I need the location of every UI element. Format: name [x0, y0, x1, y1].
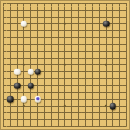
- board-cell[interactable]: [75, 75, 82, 82]
- board-cell[interactable]: [34, 34, 41, 41]
- board-cell[interactable]: [96, 123, 103, 130]
- board-cell[interactable]: [21, 82, 28, 89]
- board-cell[interactable]: [62, 123, 69, 130]
- board-cell[interactable]: [7, 116, 14, 123]
- board-cell[interactable]: [62, 82, 69, 89]
- board-cell[interactable]: [75, 34, 82, 41]
- board-cell[interactable]: [41, 89, 48, 96]
- board-cell[interactable]: [68, 116, 75, 123]
- board-cell[interactable]: [123, 103, 130, 110]
- board-cell[interactable]: [89, 103, 96, 110]
- board-cell[interactable]: [48, 62, 55, 69]
- board-cell[interactable]: [55, 27, 62, 34]
- board-cell[interactable]: [68, 62, 75, 69]
- board-cell[interactable]: [21, 41, 28, 48]
- board-cell[interactable]: [48, 75, 55, 82]
- board-cell[interactable]: [82, 82, 89, 89]
- board-cell[interactable]: [27, 55, 34, 62]
- board-cell[interactable]: [62, 96, 69, 103]
- board-cell[interactable]: [75, 116, 82, 123]
- board-cell[interactable]: [27, 109, 34, 116]
- board-cell[interactable]: [0, 89, 7, 96]
- board-cell[interactable]: [48, 41, 55, 48]
- board-cell[interactable]: [34, 21, 41, 28]
- board-cell[interactable]: [27, 48, 34, 55]
- board-cell[interactable]: [96, 82, 103, 89]
- board-cell[interactable]: [96, 48, 103, 55]
- board-cell[interactable]: [109, 27, 116, 34]
- board-cell[interactable]: [123, 48, 130, 55]
- board-cell[interactable]: [0, 27, 7, 34]
- board-cell[interactable]: [89, 14, 96, 21]
- board-cell[interactable]: [27, 14, 34, 21]
- board-cell[interactable]: [55, 109, 62, 116]
- board-cell[interactable]: [109, 41, 116, 48]
- board-cell[interactable]: [48, 109, 55, 116]
- board-cell[interactable]: [14, 7, 21, 14]
- board-cell[interactable]: [27, 62, 34, 69]
- board-cell[interactable]: [27, 34, 34, 41]
- board-cell[interactable]: [21, 48, 28, 55]
- board-cell[interactable]: [109, 123, 116, 130]
- board-cell[interactable]: [123, 14, 130, 21]
- board-cell[interactable]: [0, 109, 7, 116]
- board-cell[interactable]: [34, 116, 41, 123]
- board-cell[interactable]: [116, 103, 123, 110]
- board-cell[interactable]: [89, 41, 96, 48]
- board-cell[interactable]: [62, 109, 69, 116]
- board-cell[interactable]: [21, 27, 28, 34]
- board-cell[interactable]: [14, 48, 21, 55]
- board-cell[interactable]: [123, 21, 130, 28]
- board-cell[interactable]: [27, 41, 34, 48]
- board-cell[interactable]: [27, 75, 34, 82]
- board-cell[interactable]: [96, 7, 103, 14]
- board-cell[interactable]: [55, 75, 62, 82]
- board-cell[interactable]: [14, 55, 21, 62]
- board-cell[interactable]: [41, 27, 48, 34]
- board-cell[interactable]: [96, 34, 103, 41]
- board-cell[interactable]: [55, 123, 62, 130]
- board-cell[interactable]: [116, 75, 123, 82]
- board-cell[interactable]: [27, 116, 34, 123]
- board-cell[interactable]: [21, 21, 28, 28]
- board-cell[interactable]: [103, 27, 110, 34]
- board-cell[interactable]: [48, 96, 55, 103]
- board-cell[interactable]: [103, 14, 110, 21]
- board-cell[interactable]: [7, 14, 14, 21]
- board-cell[interactable]: [34, 14, 41, 21]
- board-cell[interactable]: [109, 34, 116, 41]
- board-cell[interactable]: [68, 48, 75, 55]
- board-cell[interactable]: [21, 55, 28, 62]
- board-cell[interactable]: [75, 89, 82, 96]
- board-cell[interactable]: [96, 96, 103, 103]
- board-cell[interactable]: [96, 14, 103, 21]
- board-cell[interactable]: [34, 0, 41, 7]
- board-cell[interactable]: [62, 116, 69, 123]
- board-cell[interactable]: [116, 89, 123, 96]
- board-cell[interactable]: [34, 89, 41, 96]
- board-cell[interactable]: [89, 0, 96, 7]
- board-cell[interactable]: [123, 68, 130, 75]
- board-cell[interactable]: [109, 55, 116, 62]
- board-cell[interactable]: [62, 41, 69, 48]
- board-cell[interactable]: [68, 34, 75, 41]
- board-cell[interactable]: [41, 75, 48, 82]
- board-cell[interactable]: [116, 96, 123, 103]
- board-cell[interactable]: [41, 41, 48, 48]
- board-cell[interactable]: [103, 116, 110, 123]
- board-cell[interactable]: [62, 89, 69, 96]
- board-cell[interactable]: [82, 123, 89, 130]
- board-cell[interactable]: [68, 103, 75, 110]
- board-cell[interactable]: [68, 89, 75, 96]
- board-cell[interactable]: [0, 62, 7, 69]
- board-cell[interactable]: [75, 55, 82, 62]
- board-cell[interactable]: [103, 48, 110, 55]
- board-cell[interactable]: [21, 109, 28, 116]
- board-cell[interactable]: [89, 55, 96, 62]
- board-cell[interactable]: [82, 41, 89, 48]
- board-cell[interactable]: [55, 103, 62, 110]
- board-cell[interactable]: [89, 109, 96, 116]
- go-board[interactable]: [0, 0, 130, 130]
- board-cell[interactable]: [103, 123, 110, 130]
- board-cell[interactable]: [123, 55, 130, 62]
- board-cell[interactable]: [41, 14, 48, 21]
- board-cell[interactable]: [48, 48, 55, 55]
- board-cell[interactable]: [48, 34, 55, 41]
- board-cell[interactable]: [89, 27, 96, 34]
- board-cell[interactable]: [68, 82, 75, 89]
- board-cell[interactable]: [96, 55, 103, 62]
- board-cell[interactable]: [55, 68, 62, 75]
- board-cell[interactable]: [103, 21, 110, 28]
- board-cell[interactable]: [0, 41, 7, 48]
- board-cell[interactable]: [82, 103, 89, 110]
- board-cell[interactable]: [14, 14, 21, 21]
- board-cell[interactable]: [75, 82, 82, 89]
- board-cell[interactable]: [116, 55, 123, 62]
- board-cell[interactable]: [123, 41, 130, 48]
- board-cell[interactable]: [75, 41, 82, 48]
- board-cell[interactable]: [48, 89, 55, 96]
- board-cell[interactable]: [68, 96, 75, 103]
- board-cell[interactable]: [89, 123, 96, 130]
- board-cell[interactable]: [123, 75, 130, 82]
- board-cell[interactable]: [0, 55, 7, 62]
- board-cell[interactable]: [89, 75, 96, 82]
- board-cell[interactable]: [0, 75, 7, 82]
- board-cell[interactable]: [41, 34, 48, 41]
- board-cell[interactable]: [123, 109, 130, 116]
- board-cell[interactable]: [123, 27, 130, 34]
- board-cell[interactable]: [103, 41, 110, 48]
- board-cell[interactable]: [82, 27, 89, 34]
- board-cell[interactable]: [7, 27, 14, 34]
- board-cell[interactable]: [14, 82, 21, 89]
- board-cell[interactable]: [68, 21, 75, 28]
- board-cell[interactable]: [27, 68, 34, 75]
- board-cell[interactable]: [62, 14, 69, 21]
- board-cell[interactable]: [96, 109, 103, 116]
- board-cell[interactable]: [14, 41, 21, 48]
- board-cell[interactable]: [116, 82, 123, 89]
- board-cell[interactable]: [7, 109, 14, 116]
- board-cell[interactable]: [123, 62, 130, 69]
- board-cell[interactable]: [0, 48, 7, 55]
- board-cell[interactable]: [103, 62, 110, 69]
- board-cell[interactable]: [0, 123, 7, 130]
- board-cell[interactable]: [55, 14, 62, 21]
- board-cell[interactable]: [34, 7, 41, 14]
- board-cell[interactable]: [34, 27, 41, 34]
- board-cell[interactable]: [116, 0, 123, 7]
- board-cell[interactable]: [34, 62, 41, 69]
- board-cell[interactable]: [55, 41, 62, 48]
- board-cell[interactable]: [27, 123, 34, 130]
- board-cell[interactable]: [103, 89, 110, 96]
- board-cell[interactable]: [55, 7, 62, 14]
- board-cell[interactable]: [109, 0, 116, 7]
- board-cell[interactable]: [75, 68, 82, 75]
- board-cell[interactable]: [41, 82, 48, 89]
- board-cell[interactable]: [116, 41, 123, 48]
- board-cell[interactable]: [82, 75, 89, 82]
- board-cell[interactable]: [89, 116, 96, 123]
- board-cell[interactable]: [82, 48, 89, 55]
- board-cell[interactable]: [82, 68, 89, 75]
- board-cell[interactable]: [48, 27, 55, 34]
- board-cell[interactable]: [34, 55, 41, 62]
- board-cell[interactable]: [41, 62, 48, 69]
- board-cell[interactable]: [96, 27, 103, 34]
- board-cell[interactable]: [0, 34, 7, 41]
- board-cell[interactable]: [89, 34, 96, 41]
- board-cell[interactable]: [48, 55, 55, 62]
- board-cell[interactable]: [82, 109, 89, 116]
- board-cell[interactable]: [89, 96, 96, 103]
- board-cell[interactable]: [14, 34, 21, 41]
- board-cell[interactable]: [68, 0, 75, 7]
- board-cell[interactable]: [123, 96, 130, 103]
- board-cell[interactable]: [55, 82, 62, 89]
- board-cell[interactable]: [55, 116, 62, 123]
- board-cell[interactable]: [41, 21, 48, 28]
- board-cell[interactable]: [75, 14, 82, 21]
- board-cell[interactable]: [41, 103, 48, 110]
- board-cell[interactable]: [48, 0, 55, 7]
- board-cell[interactable]: [0, 7, 7, 14]
- board-cell[interactable]: [62, 0, 69, 7]
- board-cell[interactable]: [103, 68, 110, 75]
- board-cell[interactable]: [75, 27, 82, 34]
- board-cell[interactable]: [68, 68, 75, 75]
- board-cell[interactable]: [75, 96, 82, 103]
- board-cell[interactable]: [116, 123, 123, 130]
- board-cell[interactable]: [7, 41, 14, 48]
- board-cell[interactable]: [62, 34, 69, 41]
- board-cell[interactable]: [55, 62, 62, 69]
- board-cell[interactable]: [41, 109, 48, 116]
- board-cell[interactable]: [7, 103, 14, 110]
- board-cell[interactable]: [34, 109, 41, 116]
- board-cell[interactable]: [7, 68, 14, 75]
- board-cell[interactable]: [7, 96, 14, 103]
- board-cell[interactable]: [82, 62, 89, 69]
- board-cell[interactable]: [55, 48, 62, 55]
- board-cell[interactable]: [62, 55, 69, 62]
- board-cell[interactable]: [21, 123, 28, 130]
- board-cell[interactable]: [48, 103, 55, 110]
- board-cell[interactable]: [82, 89, 89, 96]
- board-cell[interactable]: [82, 96, 89, 103]
- board-cell[interactable]: [68, 123, 75, 130]
- board-cell[interactable]: [68, 41, 75, 48]
- board-cell[interactable]: [62, 48, 69, 55]
- board-cell[interactable]: [0, 116, 7, 123]
- board-cell[interactable]: [27, 96, 34, 103]
- board-cell[interactable]: [103, 55, 110, 62]
- board-cell[interactable]: [68, 75, 75, 82]
- board-cell[interactable]: [14, 103, 21, 110]
- board-cell[interactable]: [48, 7, 55, 14]
- board-cell[interactable]: [48, 21, 55, 28]
- board-cell[interactable]: [55, 0, 62, 7]
- board-cell[interactable]: [55, 96, 62, 103]
- board-cell[interactable]: [7, 21, 14, 28]
- board-cell[interactable]: [123, 82, 130, 89]
- board-cell[interactable]: [109, 82, 116, 89]
- board-cell[interactable]: [7, 7, 14, 14]
- board-cell[interactable]: [116, 68, 123, 75]
- board-cell[interactable]: [68, 55, 75, 62]
- board-cell[interactable]: [109, 96, 116, 103]
- board-cell[interactable]: [103, 109, 110, 116]
- board-cell[interactable]: [21, 89, 28, 96]
- board-cell[interactable]: [96, 75, 103, 82]
- board-cell[interactable]: [21, 68, 28, 75]
- board-cell[interactable]: [27, 103, 34, 110]
- board-cell[interactable]: [7, 89, 14, 96]
- board-cell[interactable]: [7, 82, 14, 89]
- board-cell[interactable]: [75, 48, 82, 55]
- board-cell[interactable]: [41, 48, 48, 55]
- board-cell[interactable]: [89, 7, 96, 14]
- board-cell[interactable]: [109, 21, 116, 28]
- board-cell[interactable]: [34, 68, 41, 75]
- board-cell[interactable]: [89, 89, 96, 96]
- board-cell[interactable]: [68, 7, 75, 14]
- board-cell[interactable]: [21, 103, 28, 110]
- board-cell[interactable]: [116, 7, 123, 14]
- board-cell[interactable]: [7, 62, 14, 69]
- board-cell[interactable]: [62, 75, 69, 82]
- board-cell[interactable]: [21, 7, 28, 14]
- board-cell[interactable]: [21, 34, 28, 41]
- board-cell[interactable]: [34, 41, 41, 48]
- board-cell[interactable]: [0, 0, 7, 7]
- board-cell[interactable]: [27, 82, 34, 89]
- board-cell[interactable]: [41, 55, 48, 62]
- board-cell[interactable]: [82, 116, 89, 123]
- board-cell[interactable]: [41, 116, 48, 123]
- board-cell[interactable]: [21, 116, 28, 123]
- board-cell[interactable]: [68, 27, 75, 34]
- board-cell[interactable]: [14, 116, 21, 123]
- board-cell[interactable]: [96, 62, 103, 69]
- board-cell[interactable]: [109, 14, 116, 21]
- board-cell[interactable]: [34, 82, 41, 89]
- board-cell[interactable]: [34, 103, 41, 110]
- board-cell[interactable]: [109, 89, 116, 96]
- board-cell[interactable]: [55, 89, 62, 96]
- board-cell[interactable]: [62, 62, 69, 69]
- board-cell[interactable]: [0, 14, 7, 21]
- board-cell[interactable]: [21, 14, 28, 21]
- board-cell[interactable]: [103, 34, 110, 41]
- board-cell[interactable]: [123, 89, 130, 96]
- board-cell[interactable]: [21, 0, 28, 7]
- board-cell[interactable]: [21, 75, 28, 82]
- board-cell[interactable]: [14, 27, 21, 34]
- board-cell[interactable]: [7, 123, 14, 130]
- board-cell[interactable]: [14, 62, 21, 69]
- board-cell[interactable]: [75, 0, 82, 7]
- board-cell[interactable]: [62, 27, 69, 34]
- board-cell[interactable]: [109, 48, 116, 55]
- board-cell[interactable]: [96, 68, 103, 75]
- board-cell[interactable]: [7, 55, 14, 62]
- board-cell[interactable]: [41, 68, 48, 75]
- board-cell[interactable]: [89, 68, 96, 75]
- board-cell[interactable]: [103, 75, 110, 82]
- board-cell[interactable]: [116, 34, 123, 41]
- board-cell[interactable]: [82, 0, 89, 7]
- board-cell[interactable]: [89, 48, 96, 55]
- board-cell[interactable]: [103, 96, 110, 103]
- board-cell[interactable]: [109, 62, 116, 69]
- board-cell[interactable]: [68, 14, 75, 21]
- board-cell[interactable]: [0, 82, 7, 89]
- board-cell[interactable]: [109, 75, 116, 82]
- board-cell[interactable]: [7, 48, 14, 55]
- board-cell[interactable]: [27, 21, 34, 28]
- board-cell[interactable]: [7, 0, 14, 7]
- board-cell[interactable]: [41, 96, 48, 103]
- board-cell[interactable]: [75, 21, 82, 28]
- board-cell[interactable]: [14, 68, 21, 75]
- board-cell[interactable]: [62, 21, 69, 28]
- board-cell[interactable]: [82, 14, 89, 21]
- board-cell[interactable]: [48, 14, 55, 21]
- board-cell[interactable]: [75, 123, 82, 130]
- board-cell[interactable]: [7, 34, 14, 41]
- board-cell[interactable]: [103, 103, 110, 110]
- board-cell[interactable]: [109, 68, 116, 75]
- board-cell[interactable]: [34, 75, 41, 82]
- board-cell[interactable]: [14, 21, 21, 28]
- board-cell[interactable]: [14, 0, 21, 7]
- board-cell[interactable]: [82, 7, 89, 14]
- board-cell[interactable]: [55, 21, 62, 28]
- board-cell[interactable]: [116, 48, 123, 55]
- board-cell[interactable]: [82, 55, 89, 62]
- board-cell[interactable]: [89, 82, 96, 89]
- board-cell[interactable]: [14, 89, 21, 96]
- board-cell[interactable]: [89, 21, 96, 28]
